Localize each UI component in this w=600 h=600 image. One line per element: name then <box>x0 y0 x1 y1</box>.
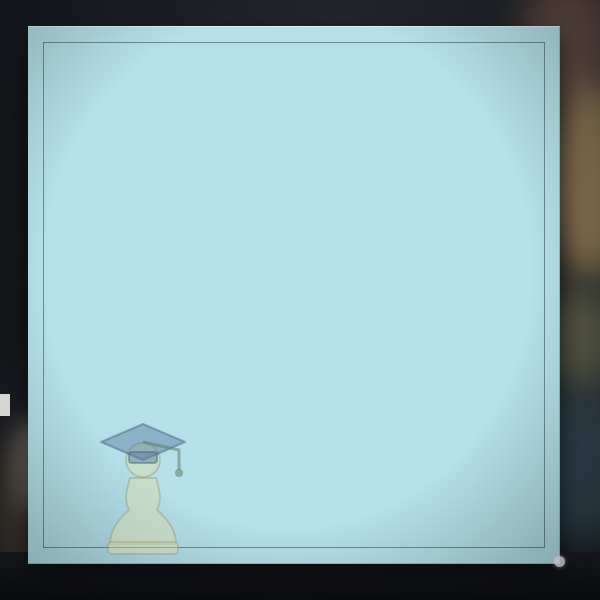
chessboard <box>28 26 560 564</box>
rank-labels <box>28 42 43 546</box>
file-labels <box>43 547 543 564</box>
reflection-dot <box>554 556 565 567</box>
photo-background <box>0 0 600 600</box>
background-white-tag <box>0 394 10 416</box>
board-grid <box>43 42 545 548</box>
